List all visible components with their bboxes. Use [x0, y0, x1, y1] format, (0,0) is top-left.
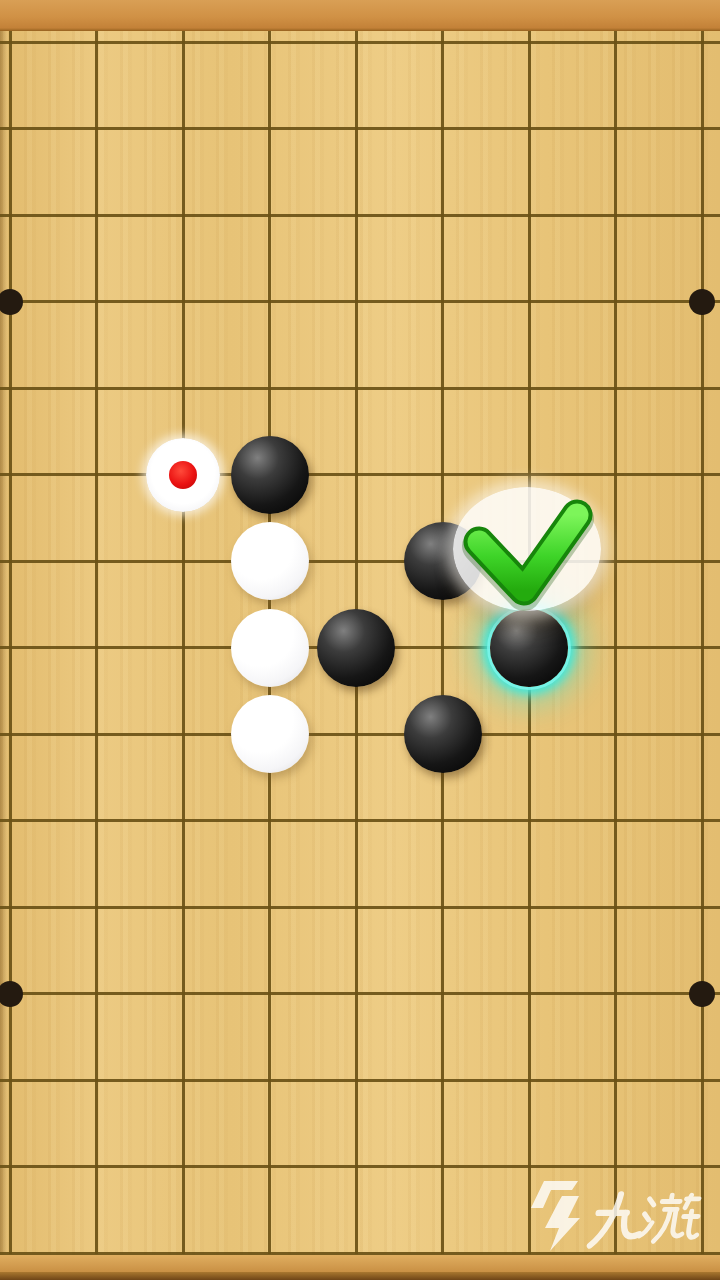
black-stone[interactable]: [404, 695, 482, 773]
board-top-edge: [0, 0, 720, 31]
grid-horizontal-line: [0, 387, 720, 390]
grid-horizontal-line: [0, 1079, 720, 1082]
grid-horizontal-line: [0, 733, 720, 736]
white-stone[interactable]: [231, 609, 309, 687]
black-stone[interactable]: [231, 436, 309, 514]
grid-horizontal-line: [0, 560, 720, 563]
jiuyou-logo-icon: [528, 1178, 582, 1254]
white-stone-last-move-marker[interactable]: [146, 438, 220, 512]
white-stone[interactable]: [231, 522, 309, 600]
grid-horizontal-line: [0, 992, 720, 995]
board-bottom-shadow: [0, 1272, 720, 1280]
grid-horizontal-line: [0, 127, 720, 130]
grid-horizontal-line: [0, 41, 720, 44]
grid-horizontal-line: [0, 819, 720, 822]
star-point: [689, 289, 715, 315]
watermark-char-you: [633, 1190, 707, 1250]
gomoku-board-screen: [0, 0, 720, 1280]
black-stone-highlighted[interactable]: [490, 609, 568, 687]
jiuyou-watermark: [528, 1174, 698, 1258]
grid-horizontal-line: [0, 300, 720, 303]
star-point: [0, 289, 23, 315]
star-point: [0, 981, 23, 1007]
black-stone[interactable]: [317, 609, 395, 687]
grid-horizontal-line: [0, 1165, 720, 1168]
grid-horizontal-line: [0, 214, 720, 217]
last-move-red-dot: [169, 461, 197, 489]
grid-horizontal-line: [0, 906, 720, 909]
grid-horizontal-line: [0, 473, 720, 476]
white-stone[interactable]: [231, 695, 309, 773]
checkmark-icon: [464, 500, 594, 605]
star-point: [689, 981, 715, 1007]
